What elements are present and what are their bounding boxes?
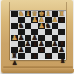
square-e6[interactable]: ♟: [38, 23, 45, 29]
black-bishop: ♝: [31, 41, 37, 47]
square-c8[interactable]: ♝: [25, 11, 32, 17]
white-pawn: ♟: [38, 17, 44, 23]
square-f8[interactable]: ♝: [45, 11, 52, 17]
black-knight: ♞: [18, 23, 24, 29]
black-pawn: ♟: [31, 35, 37, 41]
square-b4[interactable]: ♟: [18, 35, 25, 41]
tray-ledge: [3, 66, 73, 68]
black-pawn: ♟: [58, 47, 64, 53]
black-bishop: ♝: [31, 53, 37, 59]
white-pawn: ♟: [52, 17, 58, 23]
white-bishop: ♝: [25, 11, 31, 17]
square-c1[interactable]: [25, 53, 32, 59]
white-bishop: ♝: [45, 11, 51, 17]
white-queen: ♛: [31, 11, 37, 17]
square-f6[interactable]: ♞: [45, 23, 52, 29]
white-pawn: ♟: [11, 35, 17, 41]
square-e2[interactable]: ♟: [38, 47, 45, 53]
black-pawn: ♟: [38, 47, 44, 53]
black-pawn: ♟: [52, 41, 58, 47]
black-pawn: ♟: [18, 47, 24, 53]
captured-piece-black-pawn[interactable]: ♟: [12, 60, 17, 66]
square-d1[interactable]: ♝: [31, 53, 38, 59]
white-rook: ♜: [58, 11, 64, 17]
white-knight: ♞: [18, 11, 24, 17]
square-g1[interactable]: [52, 53, 59, 59]
board-panel: ♞♝♛♚♝♜♟♟♟♛♞♟♞♟♟♟♟♝♟♟♜♟♟♟♜♝♚: [10, 10, 66, 60]
wooden-frame: ♞♝♛♚♝♜♟♟♟♛♞♟♞♟♟♟♟♝♟♟♜♟♟♟♜♝♚ ♟ ♜: [1, 0, 73, 73]
square-c3[interactable]: ♟: [25, 41, 32, 47]
square-a4[interactable]: ♟: [11, 35, 18, 41]
square-f1[interactable]: ♚: [45, 53, 52, 59]
square-g3[interactable]: ♟: [52, 41, 59, 47]
square-b1[interactable]: [18, 53, 25, 59]
chess-board: ♞♝♛♚♝♜♟♟♟♛♞♟♞♟♟♟♟♝♟♟♜♟♟♟♜♝♚: [11, 11, 65, 59]
black-pawn: ♟: [25, 41, 31, 47]
captured-piece-black-rook[interactable]: ♜: [60, 58, 65, 64]
black-pawn: ♟: [18, 35, 24, 41]
frame-seam-right: [66, 2, 67, 60]
black-king: ♚: [45, 53, 51, 59]
square-h2[interactable]: ♟: [58, 47, 65, 53]
white-king: ♚: [38, 11, 44, 17]
square-b2[interactable]: ♟: [18, 47, 25, 53]
square-b8[interactable]: ♞: [18, 11, 25, 17]
black-queen: ♛: [58, 17, 64, 23]
square-d3[interactable]: ♝: [31, 41, 38, 47]
frame-bottom-edge: [2, 69, 74, 73]
square-d7[interactable]: ♟: [31, 17, 38, 23]
black-rook: ♜: [58, 41, 64, 47]
white-pawn: ♟: [38, 23, 44, 29]
square-h7[interactable]: ♛: [58, 17, 65, 23]
square-e1[interactable]: [38, 53, 45, 59]
black-pawn: ♟: [38, 41, 44, 47]
white-pawn: ♟: [31, 17, 37, 23]
black-knight: ♞: [45, 23, 51, 29]
square-b6[interactable]: ♞: [18, 23, 25, 29]
square-g7[interactable]: ♟: [52, 17, 59, 23]
